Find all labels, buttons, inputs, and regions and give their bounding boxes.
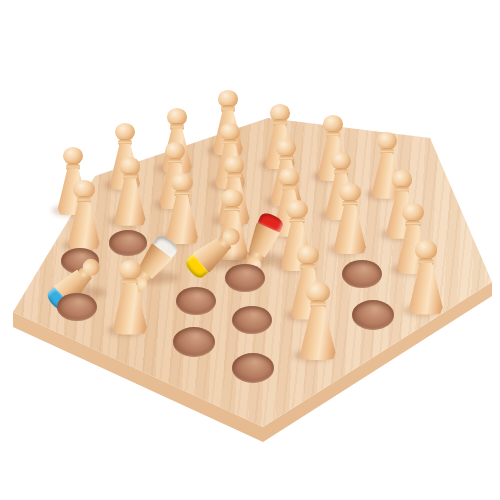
standing-peg[interactable] (66, 180, 101, 250)
standing-peg[interactable] (332, 183, 368, 254)
board-hole[interactable] (225, 264, 265, 292)
board-hole[interactable] (57, 293, 97, 321)
board-hole[interactable] (342, 260, 382, 288)
peg-body (164, 195, 200, 244)
board-hole[interactable] (173, 327, 215, 357)
board-hole[interactable] (232, 353, 274, 383)
peg-body (113, 178, 148, 226)
standing-peg[interactable] (113, 157, 148, 226)
memory-chess-product-photo (0, 0, 500, 500)
board-hole[interactable] (232, 306, 272, 334)
peg-body (332, 205, 368, 254)
standing-peg[interactable] (298, 282, 338, 360)
peg-body (66, 202, 101, 250)
board-hole[interactable] (352, 300, 394, 330)
peg-body (298, 306, 338, 360)
peg-body (407, 263, 445, 314)
standing-peg[interactable] (407, 240, 445, 315)
standing-peg[interactable] (111, 260, 149, 335)
board-hole[interactable] (176, 287, 216, 315)
standing-peg[interactable] (164, 173, 200, 244)
peg-body (111, 283, 149, 334)
board-hole[interactable] (109, 230, 147, 256)
